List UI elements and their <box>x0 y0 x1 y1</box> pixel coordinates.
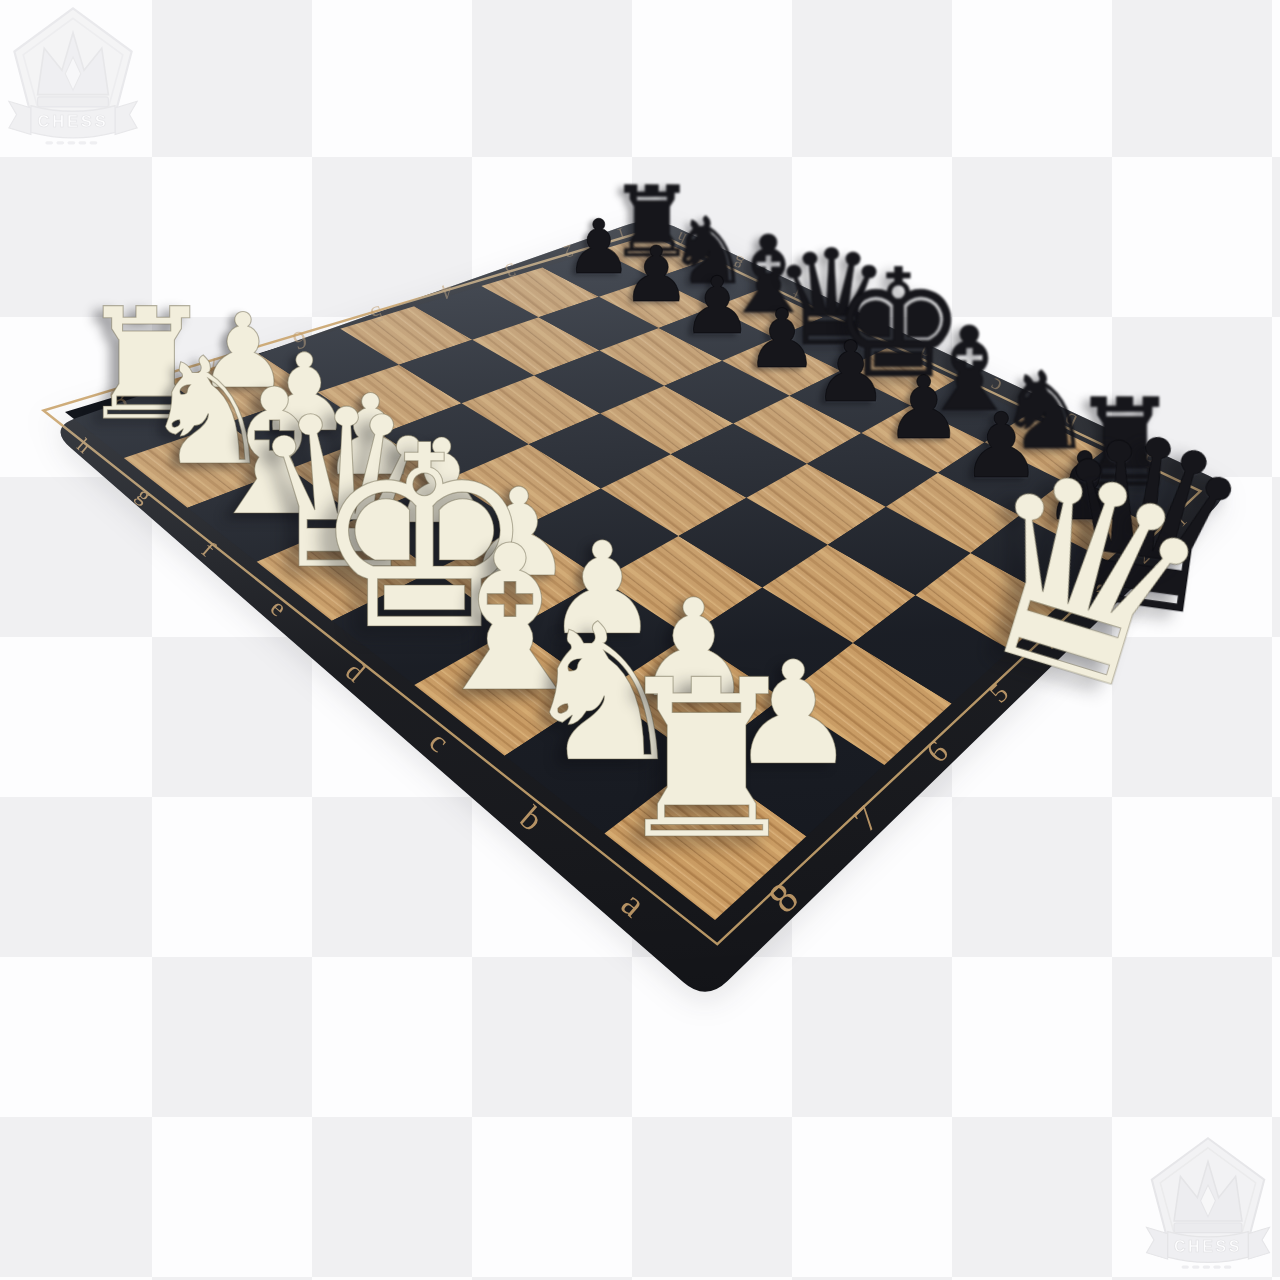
product-photo: CHESS <box>0 0 1280 1280</box>
chess-board-mat: hhggffeeddccbbaa8877665544332211 <box>0 0 1280 1280</box>
